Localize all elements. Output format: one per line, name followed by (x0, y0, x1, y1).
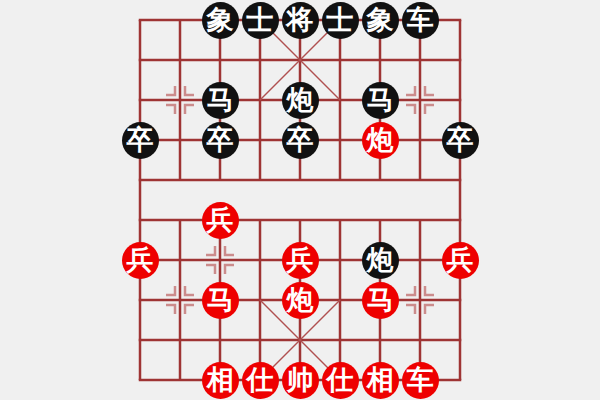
xiangqi-board: 象士将士象车马炮马卒卒卒炮卒兵兵兵炮兵马炮马相仕帅仕相车 (0, 0, 600, 400)
piece-black-soldier[interactable]: 卒 (122, 122, 159, 159)
piece-black-horse[interactable]: 马 (202, 82, 239, 119)
piece-red-horse[interactable]: 马 (202, 282, 239, 319)
piece-red-soldier[interactable]: 兵 (442, 242, 479, 279)
piece-red-advisor[interactable]: 仕 (322, 362, 359, 399)
piece-red-soldier[interactable]: 兵 (282, 242, 319, 279)
piece-black-soldier[interactable]: 卒 (202, 122, 239, 159)
piece-red-horse[interactable]: 马 (362, 282, 399, 319)
piece-black-horse[interactable]: 马 (362, 82, 399, 119)
piece-black-cannon[interactable]: 炮 (282, 82, 319, 119)
piece-red-advisor[interactable]: 仕 (242, 362, 279, 399)
piece-black-elephant[interactable]: 象 (362, 2, 399, 39)
piece-red-cannon[interactable]: 炮 (282, 282, 319, 319)
piece-red-soldier[interactable]: 兵 (122, 242, 159, 279)
piece-red-cannon[interactable]: 炮 (362, 122, 399, 159)
piece-black-chariot[interactable]: 车 (402, 2, 439, 39)
pieces-layer: 象士将士象车马炮马卒卒卒炮卒兵兵兵炮兵马炮马相仕帅仕相车 (120, 0, 480, 400)
piece-red-elephant[interactable]: 相 (202, 362, 239, 399)
piece-black-soldier[interactable]: 卒 (282, 122, 319, 159)
piece-black-advisor[interactable]: 士 (242, 2, 279, 39)
piece-red-general[interactable]: 帅 (282, 362, 319, 399)
piece-black-cannon[interactable]: 炮 (362, 242, 399, 279)
piece-black-soldier[interactable]: 卒 (442, 122, 479, 159)
piece-black-general[interactable]: 将 (282, 2, 319, 39)
piece-red-chariot[interactable]: 车 (402, 362, 439, 399)
piece-black-advisor[interactable]: 士 (322, 2, 359, 39)
piece-black-elephant[interactable]: 象 (202, 2, 239, 39)
piece-red-soldier[interactable]: 兵 (202, 202, 239, 239)
piece-red-elephant[interactable]: 相 (362, 362, 399, 399)
